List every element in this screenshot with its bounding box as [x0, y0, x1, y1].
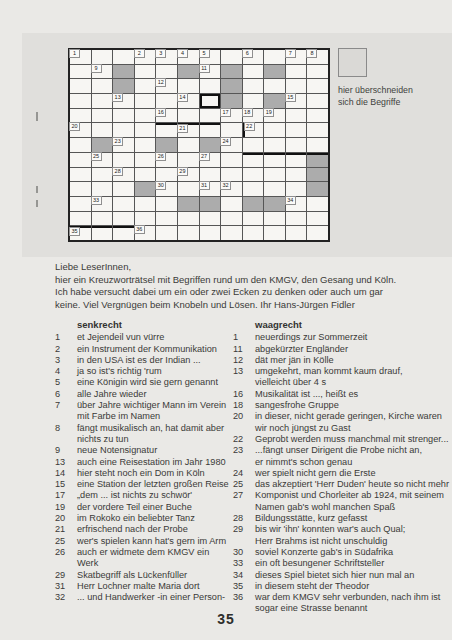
senkrecht-clue-14: 14hier steht noch ein Dom in Köln [55, 468, 233, 479]
cell-r2c10[interactable] [264, 65, 285, 79]
cell-r8c5[interactable]: 26 [156, 153, 177, 167]
waagrecht-clue-23-cont: er nimmt's schon genau [233, 457, 452, 468]
cell-r10c4[interactable] [135, 182, 156, 196]
cell-r13c6[interactable] [178, 226, 199, 240]
cell-r13c7[interactable] [200, 226, 221, 240]
waagrecht-clue-16: 16Musikalität ist ..., heißt es [233, 389, 452, 400]
clue-number-14: 14 [177, 93, 188, 102]
cell-r6c9[interactable]: 22 [243, 123, 264, 137]
cell-r1c8[interactable] [221, 50, 242, 64]
cell-r4c6[interactable]: 14 [178, 94, 199, 108]
cell-r10c7[interactable]: 31 [200, 182, 221, 196]
cell-r2c4[interactable] [135, 65, 156, 79]
cell-r1c12[interactable]: 8 [307, 50, 328, 64]
cell-r7c1[interactable] [70, 138, 91, 152]
cell-r2c1[interactable] [70, 65, 91, 79]
clue-text: ... und Handwerker -in einer Person- [77, 592, 233, 603]
cell-r4c7[interactable] [200, 94, 221, 108]
cell-r2c7[interactable]: 11 [200, 65, 221, 79]
cell-r8c10[interactable] [264, 153, 285, 167]
cell-r12c4[interactable] [135, 212, 156, 226]
cell-r1c9[interactable]: 6 [243, 50, 264, 64]
cell-r3c9[interactable] [243, 79, 264, 93]
clue-num-label [233, 536, 255, 547]
clue-num-label: 22 [233, 434, 255, 445]
waagrecht-clue-23: 23...fängt unser Dirigent die Probe nich… [233, 445, 452, 456]
cell-r4c12[interactable] [307, 94, 328, 108]
cell-r1c4[interactable]: 2 [135, 50, 156, 64]
scan-artifact [36, 200, 38, 207]
cell-r7c3[interactable]: 23 [113, 138, 134, 152]
cell-r2c9[interactable] [243, 65, 264, 79]
cell-r10c11[interactable] [286, 182, 307, 196]
senkrecht-clue-8-cont: nichts zu tun [55, 434, 233, 445]
cell-r2c3[interactable] [113, 65, 134, 79]
waagrecht-list: 1neuerdings zur Sommerzeit11abgekürzter … [233, 332, 452, 614]
scan-artifact [36, 112, 38, 121]
cell-r12c1[interactable] [70, 212, 91, 226]
cell-r13c11[interactable] [286, 226, 307, 240]
cell-r12c10[interactable] [264, 212, 285, 226]
cell-r1c1[interactable]: 1 [70, 50, 91, 64]
cell-r6c8[interactable] [221, 123, 242, 137]
cell-r6c6[interactable]: 21 [178, 123, 199, 137]
clue-text: auch er widmete dem KMGV ein Werk [77, 547, 233, 570]
clue-number-2: 2 [134, 49, 145, 58]
cell-r1c3[interactable] [113, 50, 134, 64]
cell-r6c11[interactable] [286, 123, 307, 137]
cell-r5c11[interactable] [286, 109, 307, 123]
clue-number-20: 20 [69, 122, 80, 131]
cell-r2c12[interactable] [307, 65, 328, 79]
senkrecht-clue-29: 29Skatbegriff als Lückenfüller [55, 570, 233, 581]
clue-num-label: 29 [233, 524, 255, 535]
clues-senkrecht: senkrecht 1et Jejendeil vun vürre2ein In… [55, 319, 233, 603]
cell-r12c6[interactable] [178, 212, 199, 226]
cell-r2c11[interactable] [286, 65, 307, 79]
cell-r4c3[interactable]: 13 [113, 94, 134, 108]
clue-number-23: 23 [112, 137, 123, 146]
clue-num-label [55, 411, 77, 422]
cell-r5c6[interactable] [178, 109, 199, 123]
cell-r8c6[interactable] [178, 153, 199, 167]
clue-num-label: 17 [55, 490, 77, 501]
cell-r1c2[interactable] [92, 50, 113, 64]
clue-num-label: 27 [233, 490, 255, 501]
cell-r8c7[interactable]: 27 [200, 153, 221, 167]
clue-num-label: 36 [233, 592, 255, 603]
clue-text: das akzeptiert 'Herr Duden' heute so nic… [255, 479, 452, 490]
clue-text: wer spielt nicht gern die Erste [255, 468, 452, 479]
clue-num-label: 5 [55, 377, 77, 388]
cell-r7c10[interactable] [264, 138, 285, 152]
cell-r11c5[interactable] [156, 197, 177, 211]
cell-r10c8[interactable]: 32 [221, 182, 242, 196]
clue-text: Herr Lochner malte Maria dort [77, 581, 233, 592]
cell-r4c9[interactable] [243, 94, 264, 108]
clue-num-label [233, 377, 255, 388]
clue-text: mit Farbe im Namen [77, 411, 233, 422]
cell-r11c6[interactable] [178, 197, 199, 211]
clue-text: über Jahre wichtiger Mann im Verein [77, 400, 233, 411]
cell-r11c4[interactable] [135, 197, 156, 211]
cell-r3c4[interactable] [135, 79, 156, 93]
clue-text: auch eine Reisestation im Jahr 1980 [77, 457, 233, 468]
clue-num-label [233, 457, 255, 468]
cell-r12c11[interactable] [286, 212, 307, 226]
cell-r11c12[interactable] [307, 197, 328, 211]
clue-text: ein oft besungener Schriftsteller [255, 558, 452, 569]
waagrecht-clue-27-cont: Namen gab's wohl manchen Spaß [233, 502, 452, 513]
cell-r3c12[interactable] [307, 79, 328, 93]
senkrecht-clue-7: 7über Jahre wichtiger Mann im Verein [55, 400, 233, 411]
waagrecht-heading: waagrecht [255, 319, 452, 330]
senkrecht-clue-20: 20im Rokoko ein beliebter Tanz [55, 513, 233, 524]
clue-num-label: 2 [55, 344, 77, 355]
clue-num-label: 12 [233, 355, 255, 366]
cell-r4c5[interactable] [156, 94, 177, 108]
clue-number-35: 35 [69, 227, 80, 236]
cell-r3c3[interactable] [113, 79, 134, 93]
cell-r8c12[interactable] [307, 153, 328, 167]
cell-r13c8[interactable] [221, 226, 242, 240]
cell-r5c7[interactable] [200, 109, 221, 123]
cell-r9c10[interactable] [264, 168, 285, 182]
cell-r12c12[interactable] [307, 212, 328, 226]
clue-number-19: 19 [263, 108, 274, 117]
clue-number-5: 5 [199, 49, 210, 58]
intro-line: Liebe LeserInnen, [55, 261, 445, 274]
senkrecht-clue-8: 8fängt musikalisch an, hat damit aber [55, 423, 233, 434]
cell-r3c2[interactable] [92, 79, 113, 93]
clue-number-1: 1 [69, 49, 80, 58]
cell-r3c1[interactable] [70, 79, 91, 93]
cell-r7c12[interactable] [307, 138, 328, 152]
cell-r10c5[interactable]: 30 [156, 182, 177, 196]
clue-text: fängt musikalisch an, hat damit aber [77, 423, 233, 434]
cell-r7c7[interactable] [200, 138, 221, 152]
clue-number-31: 31 [199, 181, 210, 190]
cell-r8c2[interactable]: 25 [92, 153, 113, 167]
cell-r12c5[interactable] [156, 212, 177, 226]
cell-r5c4[interactable] [135, 109, 156, 123]
cell-r5c8[interactable]: 17 [221, 109, 242, 123]
cell-r8c4[interactable] [135, 153, 156, 167]
cell-r13c1[interactable]: 35 [70, 226, 91, 240]
cell-r10c10[interactable] [264, 182, 285, 196]
clue-text: dät mer jän in Kölle [255, 355, 452, 366]
cell-r5c1[interactable] [70, 109, 91, 123]
cell-r6c12[interactable] [307, 123, 328, 137]
cell-r12c3[interactable] [113, 212, 134, 226]
crossword-grid: 1234567891112131415161718192021222324252… [68, 48, 330, 242]
clue-number-32: 32 [220, 181, 231, 190]
cell-r3c6[interactable] [178, 79, 199, 93]
cell-r13c10[interactable] [264, 226, 285, 240]
clue-num-label: 23 [233, 445, 255, 456]
waagrecht-clue-35: 35in diesem steht der Theodor [233, 581, 452, 592]
clue-text: in diesem steht der Theodor [255, 581, 452, 592]
clue-text: sangesfrohe Gruppe [255, 400, 452, 411]
waagrecht-clue-13-cont: vielleicht über 4 s [233, 377, 452, 388]
clue-text: wir noch jüngst zu Gast [255, 423, 452, 434]
cell-r1c11[interactable]: 7 [286, 50, 307, 64]
clue-text: ein Instrument der Kommunikation [77, 344, 233, 355]
clue-num-label: 25 [55, 536, 77, 547]
cell-r13c9[interactable] [243, 226, 264, 240]
cell-r1c10[interactable] [264, 50, 285, 64]
clue-num-label: 6 [55, 389, 77, 400]
clue-num-label: 30 [233, 547, 255, 558]
clue-num-label: 13 [233, 366, 255, 377]
cell-r8c1[interactable] [70, 153, 91, 167]
clue-text: Bildungsstätte, kurz gefasst [255, 513, 452, 524]
cell-r6c2[interactable] [92, 123, 113, 137]
clue-number-8: 8 [306, 49, 317, 58]
clue-number-27: 27 [199, 152, 210, 161]
cell-r8c9[interactable] [243, 153, 264, 167]
clue-text: neue Notensignatur [77, 445, 233, 456]
clue-num-label: 9 [55, 445, 77, 456]
senkrecht-clue-9: 9neue Notensignatur [55, 445, 233, 456]
clue-text: er nimmt's schon genau [255, 457, 452, 468]
cell-r11c1[interactable] [70, 197, 91, 211]
cell-r9c2[interactable] [92, 168, 113, 182]
senkrecht-clue-2: 2ein Instrument der Kommunikation [55, 344, 233, 355]
cell-r11c11[interactable]: 34 [286, 197, 307, 211]
cell-r9c12[interactable] [307, 168, 328, 182]
senkrecht-clue-7-cont: mit Farbe im Namen [55, 411, 233, 422]
senkrecht-clue-13: 13auch eine Reisestation im Jahr 1980 [55, 457, 233, 468]
senkrecht-heading: senkrecht [77, 319, 233, 330]
cell-r4c10[interactable] [264, 94, 285, 108]
cell-r6c5[interactable] [156, 123, 177, 137]
legend-text: hier überschneiden sich die Begriffe [338, 85, 430, 108]
cell-r8c8[interactable] [221, 153, 242, 167]
cell-r4c4[interactable] [135, 94, 156, 108]
waagrecht-clue-29: 29bis wir 'ihn' konnten war's auch Qual; [233, 524, 452, 535]
cell-r11c10[interactable] [264, 197, 285, 211]
page: { "game": "crossword (Kreuzworträtsel, G… [0, 0, 452, 640]
senkrecht-clue-3: 3in den USA ist es der Indian ... [55, 355, 233, 366]
clue-num-label: 1 [55, 332, 77, 343]
clue-text: abgekürzter Engländer [255, 344, 452, 355]
cell-r13c5[interactable] [156, 226, 177, 240]
cell-r4c1[interactable] [70, 94, 91, 108]
clue-num-label: 20 [233, 411, 255, 422]
cell-r7c6[interactable] [178, 138, 199, 152]
cell-r6c1[interactable]: 20 [70, 123, 91, 137]
cell-r5c12[interactable] [307, 109, 328, 123]
senkrecht-clue-25: 25wer's spielen kann hat's gern im Arm [55, 536, 233, 547]
cell-r4c8[interactable] [221, 94, 242, 108]
cell-r11c7[interactable] [200, 197, 221, 211]
clue-number-3: 3 [155, 49, 166, 58]
cell-r13c4[interactable]: 36 [135, 226, 156, 240]
cell-r7c5[interactable] [156, 138, 177, 152]
cell-r10c9[interactable] [243, 182, 264, 196]
clue-num-label: 8 [55, 423, 77, 434]
clue-text: Musikalität ist ..., heißt es [255, 389, 452, 400]
cell-r4c11[interactable]: 15 [286, 94, 307, 108]
senkrecht-clue-4: 4ja so ist's richtig 'rum [55, 366, 233, 377]
clue-num-label: 14 [55, 468, 77, 479]
waagrecht-clue-25: 25das akzeptiert 'Herr Duden' heute so n… [233, 479, 452, 490]
cell-r1c5[interactable]: 3 [156, 50, 177, 64]
cell-r13c3[interactable] [113, 226, 134, 240]
cell-r3c8[interactable] [221, 79, 242, 93]
waagrecht-clue-1: 1neuerdings zur Sommerzeit [233, 332, 452, 343]
clue-number-9: 9 [91, 64, 102, 73]
waagrecht-clue-28: 28Bildungsstätte, kurz gefasst [233, 513, 452, 524]
senkrecht-clue-31: 31Herr Lochner malte Maria dort [55, 581, 233, 592]
cell-r1c7[interactable]: 5 [200, 50, 221, 64]
cell-r10c12[interactable] [307, 182, 328, 196]
clue-text: et Jejendeil vun vürre [77, 332, 233, 343]
cell-r12c8[interactable] [221, 212, 242, 226]
cell-r9c1[interactable] [70, 168, 91, 182]
cell-r3c5[interactable]: 12 [156, 79, 177, 93]
clue-number-16: 16 [155, 108, 166, 117]
cell-r5c2[interactable] [92, 109, 113, 123]
cell-r5c9[interactable]: 18 [243, 109, 264, 123]
clue-number-12: 12 [155, 78, 166, 87]
senkrecht-clue-19: 19der vordere Teil einer Buche [55, 502, 233, 513]
clue-number-4: 4 [177, 49, 188, 58]
cell-r5c10[interactable]: 19 [264, 109, 285, 123]
cell-r9c11[interactable] [286, 168, 307, 182]
clue-number-15: 15 [285, 93, 296, 102]
cell-r3c10[interactable] [264, 79, 285, 93]
clue-number-18: 18 [242, 108, 253, 117]
clue-num-label: 4 [55, 366, 77, 377]
cell-r12c9[interactable] [243, 212, 264, 226]
cell-r9c3[interactable]: 28 [113, 168, 134, 182]
clue-text: vielleicht über 4 s [255, 377, 452, 388]
clue-text: bis wir 'ihn' konnten war's auch Qual; [255, 524, 452, 535]
clue-text: Namen gab's wohl manchen Spaß [255, 502, 452, 513]
cell-r9c6[interactable]: 29 [178, 168, 199, 182]
cell-r6c7[interactable] [200, 123, 221, 137]
cell-r10c1[interactable] [70, 182, 91, 196]
cell-r5c3[interactable] [113, 109, 134, 123]
cell-r13c12[interactable] [307, 226, 328, 240]
cell-r3c7[interactable] [200, 79, 221, 93]
senkrecht-clue-15: 15eine Station der letzten großen Reise [55, 479, 233, 490]
cell-r8c11[interactable] [286, 153, 307, 167]
cell-r2c6[interactable] [178, 65, 199, 79]
clue-text: war dem KMGV sehr verbunden, nach ihm is… [255, 592, 452, 603]
cell-r2c8[interactable] [221, 65, 242, 79]
clue-text: neuerdings zur Sommerzeit [255, 332, 452, 343]
cell-r3c11[interactable] [286, 79, 307, 93]
clue-text: erfrischend nach der Probe [77, 524, 233, 535]
cell-r2c2[interactable]: 9 [92, 65, 113, 79]
clue-number-7: 7 [285, 49, 296, 58]
cell-r5c5[interactable]: 16 [156, 109, 177, 123]
cell-r4c2[interactable] [92, 94, 113, 108]
cell-r6c10[interactable] [264, 123, 285, 137]
clue-text: alle Jahre wieder [77, 389, 233, 400]
clue-text: soviel Konzerte gab's in Südafrika [255, 547, 452, 558]
clue-number-34: 34 [285, 196, 296, 205]
clue-num-label: 7 [55, 400, 77, 411]
clue-number-22: 22 [244, 122, 255, 131]
clue-text: dieses Spiel bietet sich hier nun mal an [255, 570, 452, 581]
clue-number-26: 26 [155, 152, 166, 161]
cell-r7c9[interactable] [243, 138, 264, 152]
waagrecht-clue-18: 18sangesfrohe Gruppe [233, 400, 452, 411]
clue-num-label: 18 [233, 400, 255, 411]
cell-r12c2[interactable] [92, 212, 113, 226]
cell-r11c8[interactable] [221, 197, 242, 211]
clue-num-label: 20 [55, 513, 77, 524]
clue-num-label: 3 [55, 355, 77, 366]
waagrecht-clue-29-cont: Herr Brahms ist nicht unschuldig [233, 536, 452, 547]
clue-text: ...fängt unser Dirigent die Probe nicht … [255, 445, 452, 456]
clue-number-33: 33 [91, 196, 102, 205]
clue-text: eine Station der letzten großen Reise [77, 479, 233, 490]
cell-r1c6[interactable]: 4 [178, 50, 199, 64]
cell-r7c11[interactable] [286, 138, 307, 152]
clue-num-label: 28 [233, 513, 255, 524]
cell-r13c2[interactable] [92, 226, 113, 240]
cell-r9c7[interactable] [200, 168, 221, 182]
waagrecht-clue-12: 12dät mer jän in Kölle [233, 355, 452, 366]
clue-text: in den USA ist es der Indian ... [77, 355, 233, 366]
cell-r10c3[interactable] [113, 182, 134, 196]
waagrecht-clue-13: 13umgekehrt, man kommt kaum drauf, [233, 366, 452, 377]
cell-r9c4[interactable] [135, 168, 156, 182]
clue-num-label: 21 [55, 524, 77, 535]
cell-r9c9[interactable] [243, 168, 264, 182]
cell-r9c8[interactable] [221, 168, 242, 182]
clue-number-11: 11 [199, 64, 210, 73]
clue-number-6: 6 [242, 49, 253, 58]
clue-text: umgekehrt, man kommt kaum drauf, [255, 366, 452, 377]
intro-text: Liebe LeserInnen, hier ein Kreuzworträts… [55, 261, 445, 311]
clue-number-21: 21 [177, 124, 188, 133]
cell-r10c6[interactable] [178, 182, 199, 196]
cell-r7c2[interactable] [92, 138, 113, 152]
cell-r9c5[interactable] [156, 168, 177, 182]
scan-artifact [36, 186, 38, 193]
clue-num-label: 25 [233, 479, 255, 490]
cell-r11c2[interactable]: 33 [92, 197, 113, 211]
cell-r12c7[interactable] [200, 212, 221, 226]
senkrecht-clue-6: 6alle Jahre wieder [55, 389, 233, 400]
cell-r2c5[interactable] [156, 65, 177, 79]
cell-r6c3[interactable] [113, 123, 134, 137]
clue-num-label: 32 [55, 592, 77, 603]
clue-num-label [233, 423, 255, 434]
waagrecht-clue-22: 22Geprobt werden muss manchmal mit stren… [233, 434, 452, 445]
cell-r11c3[interactable] [113, 197, 134, 211]
clue-num-label: 31 [55, 581, 77, 592]
waagrecht-clue-34: 34dieses Spiel bietet sich hier nun mal … [233, 570, 452, 581]
cell-r8c3[interactable] [113, 153, 134, 167]
cell-r7c8[interactable]: 24 [221, 138, 242, 152]
clues-waagrecht: waagrecht 1neuerdings zur Sommerzeit11ab… [233, 319, 452, 615]
page-number: 35 [0, 611, 452, 627]
cell-r11c9[interactable] [243, 197, 264, 211]
cell-r10c2[interactable] [92, 182, 113, 196]
senkrecht-clue-32: 32... und Handwerker -in einer Person- [55, 592, 233, 603]
cell-r6c4[interactable] [135, 123, 156, 137]
clue-text: nichts zu tun [77, 434, 233, 445]
cell-r7c4[interactable] [135, 138, 156, 152]
clue-num-label: 15 [55, 479, 77, 490]
